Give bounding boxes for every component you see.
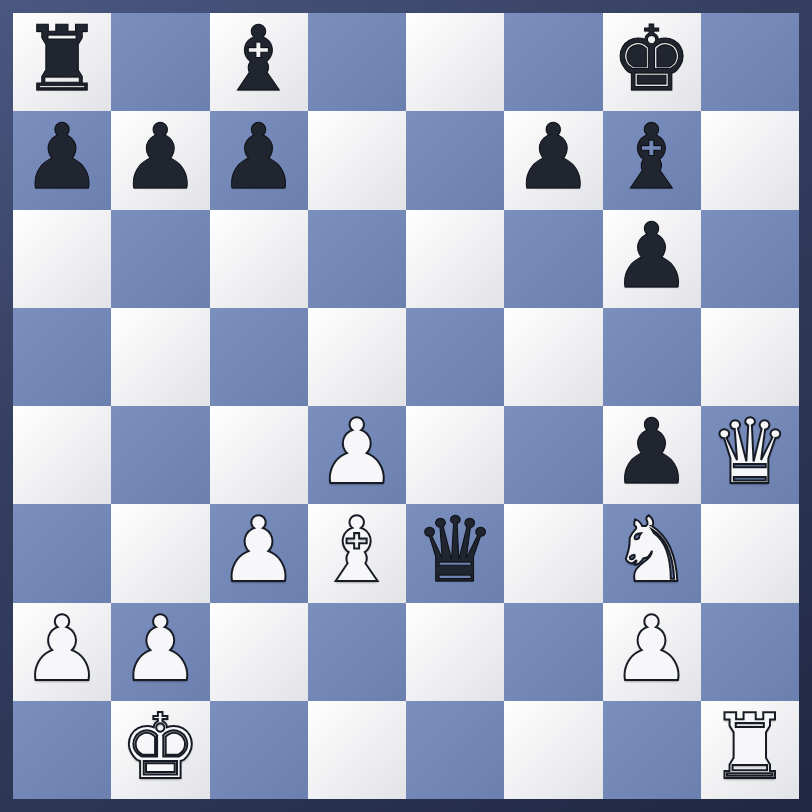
square-e2[interactable] [406,603,504,701]
piece-black-pawn-b7[interactable]: ♟ [120,112,201,202]
square-c3[interactable]: ♟ [210,504,308,602]
square-h8[interactable] [701,13,799,111]
piece-white-pawn-c3[interactable]: ♟ [218,505,299,595]
square-e3[interactable]: ♛ [406,504,504,602]
square-g3[interactable]: ♞ [603,504,701,602]
square-h6[interactable] [701,210,799,308]
square-b3[interactable] [111,504,209,602]
square-h3[interactable] [701,504,799,602]
square-h5[interactable] [701,308,799,406]
square-g8[interactable]: ♚ [603,13,701,111]
square-h7[interactable] [701,111,799,209]
square-g4[interactable]: ♟ [603,406,701,504]
square-b7[interactable]: ♟ [111,111,209,209]
square-d8[interactable] [308,13,406,111]
square-d3[interactable]: ♝ [308,504,406,602]
chess-board: ♜♝♚♟♟♟♟♝♟♟♟♛♟♝♛♞♟♟♟♚♜ [13,13,799,799]
square-a2[interactable]: ♟ [13,603,111,701]
square-d6[interactable] [308,210,406,308]
square-e8[interactable] [406,13,504,111]
square-h2[interactable] [701,603,799,701]
square-c8[interactable]: ♝ [210,13,308,111]
piece-black-bishop-g7[interactable]: ♝ [611,112,692,202]
square-c4[interactable] [210,406,308,504]
square-g1[interactable] [603,701,701,799]
square-e4[interactable] [406,406,504,504]
square-d2[interactable] [308,603,406,701]
piece-white-pawn-g2[interactable]: ♟ [611,604,692,694]
piece-white-knight-g3[interactable]: ♞ [611,505,692,595]
square-f2[interactable] [504,603,602,701]
square-g7[interactable]: ♝ [603,111,701,209]
square-d1[interactable] [308,701,406,799]
piece-black-pawn-g4[interactable]: ♟ [611,407,692,497]
piece-black-king-g8[interactable]: ♚ [611,14,692,104]
square-e7[interactable] [406,111,504,209]
piece-black-pawn-c7[interactable]: ♟ [218,112,299,202]
square-c7[interactable]: ♟ [210,111,308,209]
piece-white-bishop-d3[interactable]: ♝ [317,505,398,595]
square-g5[interactable] [603,308,701,406]
piece-black-pawn-f7[interactable]: ♟ [513,112,594,202]
square-b2[interactable]: ♟ [111,603,209,701]
square-e1[interactable] [406,701,504,799]
piece-white-king-b1[interactable]: ♚ [120,702,201,792]
square-a4[interactable] [13,406,111,504]
board-frame: ♜♝♚♟♟♟♟♝♟♟♟♛♟♝♛♞♟♟♟♚♜ [0,0,812,812]
square-d4[interactable]: ♟ [308,406,406,504]
piece-black-bishop-c8[interactable]: ♝ [218,14,299,104]
square-e5[interactable] [406,308,504,406]
square-a1[interactable] [13,701,111,799]
piece-black-rook-a8[interactable]: ♜ [22,14,103,104]
piece-black-pawn-g6[interactable]: ♟ [611,211,692,301]
square-f5[interactable] [504,308,602,406]
square-a6[interactable] [13,210,111,308]
square-a3[interactable] [13,504,111,602]
square-a7[interactable]: ♟ [13,111,111,209]
square-b4[interactable] [111,406,209,504]
piece-white-pawn-a2[interactable]: ♟ [22,604,103,694]
square-a5[interactable] [13,308,111,406]
square-f6[interactable] [504,210,602,308]
square-a8[interactable]: ♜ [13,13,111,111]
square-b5[interactable] [111,308,209,406]
square-g2[interactable]: ♟ [603,603,701,701]
square-d5[interactable] [308,308,406,406]
square-c1[interactable] [210,701,308,799]
square-c5[interactable] [210,308,308,406]
piece-white-pawn-d4[interactable]: ♟ [317,407,398,497]
square-f3[interactable] [504,504,602,602]
square-f7[interactable]: ♟ [504,111,602,209]
piece-white-queen-h4[interactable]: ♛ [710,407,791,497]
square-h4[interactable]: ♛ [701,406,799,504]
piece-black-queen-e3[interactable]: ♛ [415,505,496,595]
square-g6[interactable]: ♟ [603,210,701,308]
square-b8[interactable] [111,13,209,111]
square-h1[interactable]: ♜ [701,701,799,799]
square-f8[interactable] [504,13,602,111]
square-b1[interactable]: ♚ [111,701,209,799]
square-f4[interactable] [504,406,602,504]
square-b6[interactable] [111,210,209,308]
square-c6[interactable] [210,210,308,308]
piece-white-pawn-b2[interactable]: ♟ [120,604,201,694]
square-c2[interactable] [210,603,308,701]
square-f1[interactable] [504,701,602,799]
piece-white-rook-h1[interactable]: ♜ [710,702,791,792]
piece-black-pawn-a7[interactable]: ♟ [22,112,103,202]
square-d7[interactable] [308,111,406,209]
square-e6[interactable] [406,210,504,308]
